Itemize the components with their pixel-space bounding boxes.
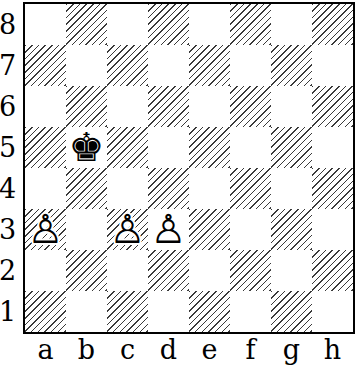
square-h8[interactable] [312, 4, 353, 45]
rank-label-8: 8 [0, 4, 18, 45]
square-b5[interactable]: ♚ [66, 127, 107, 168]
square-g2[interactable] [271, 250, 312, 291]
rank-label-3: 3 [0, 209, 18, 250]
file-label-a: a [25, 336, 66, 364]
square-f6[interactable] [230, 86, 271, 127]
file-label-e: e [189, 336, 230, 364]
square-c2[interactable] [107, 250, 148, 291]
square-e4[interactable] [189, 168, 230, 209]
square-f3[interactable] [230, 209, 271, 250]
square-f2[interactable] [230, 250, 271, 291]
square-h1[interactable] [312, 291, 353, 332]
file-label-f: f [230, 336, 271, 364]
square-b7[interactable] [66, 45, 107, 86]
rank-label-5: 5 [0, 127, 18, 168]
square-e5[interactable] [189, 127, 230, 168]
square-c4[interactable] [107, 168, 148, 209]
square-b4[interactable] [66, 168, 107, 209]
square-h2[interactable] [312, 250, 353, 291]
square-g1[interactable] [271, 291, 312, 332]
square-e7[interactable] [189, 45, 230, 86]
square-b2[interactable] [66, 250, 107, 291]
square-c6[interactable] [107, 86, 148, 127]
square-e6[interactable] [189, 86, 230, 127]
square-g3[interactable] [271, 209, 312, 250]
square-e3[interactable] [189, 209, 230, 250]
square-f8[interactable] [230, 4, 271, 45]
square-h7[interactable] [312, 45, 353, 86]
rank-label-1: 1 [0, 291, 18, 332]
square-d7[interactable] [148, 45, 189, 86]
board: ♚♙♙♙ [23, 2, 355, 334]
square-d8[interactable] [148, 4, 189, 45]
square-b6[interactable] [66, 86, 107, 127]
file-label-b: b [66, 336, 107, 364]
black-king[interactable]: ♚ [69, 127, 105, 168]
square-e1[interactable] [189, 291, 230, 332]
square-a3[interactable]: ♙ [25, 209, 66, 250]
square-a6[interactable] [25, 86, 66, 127]
white-pawn[interactable]: ♙ [151, 209, 187, 250]
square-f4[interactable] [230, 168, 271, 209]
file-label-h: h [312, 336, 353, 364]
square-h4[interactable] [312, 168, 353, 209]
file-labels: abcdefgh [25, 336, 353, 364]
square-g5[interactable] [271, 127, 312, 168]
rank-label-2: 2 [0, 250, 18, 291]
square-g6[interactable] [271, 86, 312, 127]
square-a1[interactable] [25, 291, 66, 332]
square-g4[interactable] [271, 168, 312, 209]
rank-label-4: 4 [0, 168, 18, 209]
square-c7[interactable] [107, 45, 148, 86]
square-h5[interactable] [312, 127, 353, 168]
square-c1[interactable] [107, 291, 148, 332]
square-a4[interactable] [25, 168, 66, 209]
square-c3[interactable]: ♙ [107, 209, 148, 250]
square-h6[interactable] [312, 86, 353, 127]
square-d5[interactable] [148, 127, 189, 168]
file-label-g: g [271, 336, 312, 364]
square-g7[interactable] [271, 45, 312, 86]
square-f5[interactable] [230, 127, 271, 168]
square-h3[interactable] [312, 209, 353, 250]
square-d3[interactable]: ♙ [148, 209, 189, 250]
square-a5[interactable] [25, 127, 66, 168]
square-e8[interactable] [189, 4, 230, 45]
square-b8[interactable] [66, 4, 107, 45]
square-d1[interactable] [148, 291, 189, 332]
file-label-c: c [107, 336, 148, 364]
chess-diagram: 87654321 ♚♙♙♙ abcdefgh [0, 0, 359, 367]
square-b1[interactable] [66, 291, 107, 332]
square-c5[interactable] [107, 127, 148, 168]
square-e2[interactable] [189, 250, 230, 291]
square-d2[interactable] [148, 250, 189, 291]
square-a2[interactable] [25, 250, 66, 291]
square-a7[interactable] [25, 45, 66, 86]
white-pawn[interactable]: ♙ [28, 209, 64, 250]
square-d4[interactable] [148, 168, 189, 209]
file-label-d: d [148, 336, 189, 364]
rank-label-7: 7 [0, 45, 18, 86]
square-g8[interactable] [271, 4, 312, 45]
square-f1[interactable] [230, 291, 271, 332]
square-f7[interactable] [230, 45, 271, 86]
square-d6[interactable] [148, 86, 189, 127]
square-b3[interactable] [66, 209, 107, 250]
square-c8[interactable] [107, 4, 148, 45]
white-pawn[interactable]: ♙ [110, 209, 146, 250]
rank-label-6: 6 [0, 86, 18, 127]
square-a8[interactable] [25, 4, 66, 45]
